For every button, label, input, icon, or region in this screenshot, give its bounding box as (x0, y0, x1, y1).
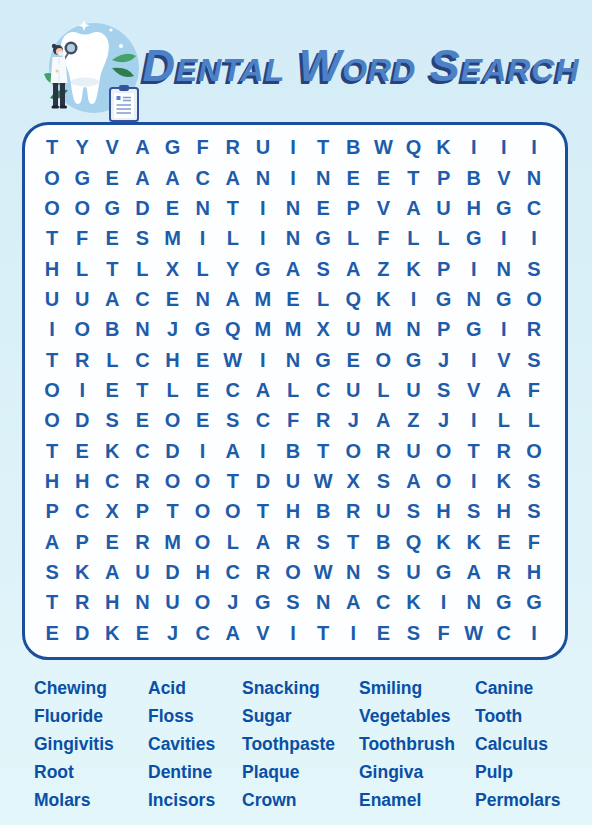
grid-cell: N (519, 162, 549, 192)
grid-cell: A (338, 587, 368, 617)
grid-cell: U (338, 314, 368, 344)
grid-cell: V (368, 193, 398, 223)
grid-cell: L (278, 375, 308, 405)
grid-cell: M (157, 527, 187, 557)
grid-cell: N (188, 193, 218, 223)
word-root: Root (34, 758, 114, 786)
grid-cell: E (97, 527, 127, 557)
word-toothpaste: Toothpaste (242, 730, 335, 758)
grid-cell: E (278, 284, 308, 314)
grid-cell: T (218, 466, 248, 496)
grid-cell: I (248, 344, 278, 374)
grid-cell: O (188, 527, 218, 557)
grid-cell: R (489, 557, 519, 587)
grid-cell: E (188, 344, 218, 374)
grid-cell: O (157, 466, 187, 496)
grid-cell: T (308, 132, 338, 162)
word-list-column: SmilingVegetablesToothbrushGingivaEnamel (359, 674, 455, 814)
grid-cell: S (368, 466, 398, 496)
grid-cell: C (188, 618, 218, 648)
grid-cell: G (459, 314, 489, 344)
grid-cell: T (127, 375, 157, 405)
grid-cell: A (218, 284, 248, 314)
grid-cell: O (429, 466, 459, 496)
grid-cell: A (459, 557, 489, 587)
grid-cell: E (157, 284, 187, 314)
grid-cell: R (127, 466, 157, 496)
clipboard-icon (110, 85, 138, 121)
grid-cell: H (97, 587, 127, 617)
grid-cell: A (127, 132, 157, 162)
grid-cell: I (489, 223, 519, 253)
grid-cell: P (338, 193, 368, 223)
grid-cell: G (157, 132, 187, 162)
grid-cell: I (459, 466, 489, 496)
grid-cell: U (338, 375, 368, 405)
grid-cell: W (459, 618, 489, 648)
grid-cell: O (37, 193, 67, 223)
grid-cell: S (308, 527, 338, 557)
grid-cell: F (67, 223, 97, 253)
grid-cell: C (127, 436, 157, 466)
grid-cell: G (429, 284, 459, 314)
grid-cell: J (429, 405, 459, 435)
grid-cell: L (519, 405, 549, 435)
grid-cell: U (429, 193, 459, 223)
word-sugar: Sugar (242, 702, 335, 730)
grid-cell: D (67, 618, 97, 648)
word-list-column: CanineToothCalculusPulpPermolars (475, 674, 561, 814)
grid-cell: N (127, 587, 157, 617)
grid-cell: N (278, 193, 308, 223)
grid-cell: N (489, 253, 519, 283)
grid-cell: O (519, 436, 549, 466)
grid-cell: W (308, 466, 338, 496)
grid-cell: T (459, 436, 489, 466)
grid-cell: S (97, 405, 127, 435)
grid-cell: A (218, 618, 248, 648)
grid-cell: E (37, 618, 67, 648)
grid-cell: E (67, 436, 97, 466)
grid-cell: P (429, 253, 459, 283)
grid-cell: I (489, 314, 519, 344)
grid-cell: O (188, 496, 218, 526)
grid-cell: I (519, 132, 549, 162)
grid-cell: Z (368, 253, 398, 283)
grid-cell: C (67, 496, 97, 526)
grid-cell: K (429, 132, 459, 162)
grid-cell: I (248, 193, 278, 223)
grid-cell: D (157, 436, 187, 466)
grid-cell: F (188, 132, 218, 162)
grid-cell: O (37, 405, 67, 435)
word-acid: Acid (148, 674, 215, 702)
grid-cell: J (429, 344, 459, 374)
grid-cell: N (459, 587, 489, 617)
grid-cell: M (248, 314, 278, 344)
grid-cell: C (127, 344, 157, 374)
grid-cell: A (218, 162, 248, 192)
grid-cell: O (519, 284, 549, 314)
grid-cell: T (218, 193, 248, 223)
grid-cell: S (218, 405, 248, 435)
word-gingiva: Gingiva (359, 758, 455, 786)
grid-cell: E (368, 618, 398, 648)
grid-cell: S (278, 587, 308, 617)
grid-cell: O (67, 314, 97, 344)
grid-cell: A (278, 253, 308, 283)
grid-cell: S (519, 496, 549, 526)
grid-cell: L (67, 253, 97, 283)
grid-cell: K (398, 587, 428, 617)
letter-grid: TYVAGFRUITBWQKIIIOGEAACANINEETPBVNOOGDEN… (22, 122, 568, 660)
grid-cell: T (37, 587, 67, 617)
grid-cell: R (308, 405, 338, 435)
grid-cell: I (398, 284, 428, 314)
grid-cell: E (97, 223, 127, 253)
grid-cell: H (459, 193, 489, 223)
grid-cell: O (429, 436, 459, 466)
grid-cell: H (188, 557, 218, 587)
grid-cell: E (338, 344, 368, 374)
grid-cell: N (127, 314, 157, 344)
grid-cell: C (368, 587, 398, 617)
grid-cell: T (37, 132, 67, 162)
grid-cell: Q (398, 132, 428, 162)
grid-cell: I (278, 162, 308, 192)
word-calculus: Calculus (475, 730, 561, 758)
grid-cell: I (248, 223, 278, 253)
grid-cell: L (97, 344, 127, 374)
grid-cell: I (37, 314, 67, 344)
grid-cell: E (338, 162, 368, 192)
word-canine: Canine (475, 674, 561, 702)
grid-cell: E (127, 405, 157, 435)
grid-cell: I (188, 436, 218, 466)
grid-cell: E (188, 405, 218, 435)
grid-cell: C (218, 375, 248, 405)
grid-cell: T (37, 436, 67, 466)
grid-cell: I (489, 132, 519, 162)
grid-cell: S (519, 253, 549, 283)
grid-cell: K (398, 253, 428, 283)
grid-cell: O (37, 375, 67, 405)
grid-cell: I (429, 587, 459, 617)
grid-cell: O (188, 466, 218, 496)
grid-cell: X (308, 314, 338, 344)
grid-cell: C (97, 466, 127, 496)
grid-cell: S (398, 496, 428, 526)
grid-cell: I (278, 618, 308, 648)
grid-cell: K (368, 284, 398, 314)
grid-cell: I (278, 132, 308, 162)
grid-cell: A (398, 193, 428, 223)
word-snacking: Snacking (242, 674, 335, 702)
grid-cell: D (127, 193, 157, 223)
grid-cell: R (489, 436, 519, 466)
grid-cell: X (157, 253, 187, 283)
grid-cell: L (308, 284, 338, 314)
grid-cell: T (97, 253, 127, 283)
word-enamel: Enamel (359, 786, 455, 814)
grid-cell: G (308, 344, 338, 374)
grid-cell: N (308, 162, 338, 192)
grid-cell: M (368, 314, 398, 344)
word-pulp: Pulp (475, 758, 561, 786)
grid-cell: K (97, 618, 127, 648)
grid-cell: S (368, 557, 398, 587)
grid-cell: P (127, 496, 157, 526)
grid-cell: J (157, 314, 187, 344)
grid-cell: V (489, 344, 519, 374)
grid-cell: S (127, 223, 157, 253)
grid-cell: A (248, 375, 278, 405)
grid-cell: C (308, 375, 338, 405)
grid-cell: O (157, 405, 187, 435)
grid-cell: R (519, 314, 549, 344)
word-vegetables: Vegetables (359, 702, 455, 730)
grid-cell: I (519, 618, 549, 648)
grid-cell: B (308, 496, 338, 526)
grid-cell: L (218, 223, 248, 253)
grid-cell: M (248, 284, 278, 314)
grid-cell: T (157, 496, 187, 526)
grid-cell: E (97, 162, 127, 192)
grid-cell: G (489, 284, 519, 314)
grid-cell: S (37, 557, 67, 587)
grid-cell: H (37, 253, 67, 283)
grid-cell: F (278, 405, 308, 435)
grid-cell: N (278, 223, 308, 253)
grid-cell: T (338, 527, 368, 557)
grid-cell: L (338, 223, 368, 253)
grid-cell: C (188, 162, 218, 192)
grid-cell: A (37, 527, 67, 557)
word-toothbrush: Toothbrush (359, 730, 455, 758)
grid-cell: V (97, 132, 127, 162)
grid-cell: G (188, 314, 218, 344)
grid-cell: L (398, 223, 428, 253)
grid-cell: G (459, 223, 489, 253)
grid-cell: A (248, 527, 278, 557)
grid-cell: U (398, 375, 428, 405)
grid-cell: L (489, 405, 519, 435)
grid-cell: I (338, 618, 368, 648)
grid-cell: F (519, 375, 549, 405)
grid-cell: B (459, 162, 489, 192)
grid-cell: O (278, 557, 308, 587)
grid-cell: B (368, 527, 398, 557)
grid-cell: I (459, 405, 489, 435)
grid-cell: S (429, 375, 459, 405)
grid-cell: D (248, 466, 278, 496)
grid-cell: L (429, 223, 459, 253)
grid-cell: I (188, 223, 218, 253)
grid-cell: K (459, 527, 489, 557)
grid-cell: S (308, 253, 338, 283)
word-tooth: Tooth (475, 702, 561, 730)
grid-cell: K (429, 527, 459, 557)
grid-cell: L (157, 375, 187, 405)
word-list: ChewingFluorideGingivitisRootMolarsAcidF… (0, 674, 592, 820)
grid-cell: B (97, 314, 127, 344)
grid-cell: T (308, 436, 338, 466)
grid-cell: V (459, 375, 489, 405)
grid-cell: M (157, 223, 187, 253)
grid-cell: G (97, 193, 127, 223)
grid-cell: G (248, 587, 278, 617)
grid-cell: X (338, 466, 368, 496)
grid-cell: N (308, 587, 338, 617)
word-dentine: Dentine (148, 758, 215, 786)
grid-cell: F (368, 223, 398, 253)
grid-cell: U (398, 557, 428, 587)
grid-cell: G (489, 587, 519, 617)
grid-cell: H (157, 344, 187, 374)
grid-cell: I (67, 375, 97, 405)
grid-cell: W (368, 132, 398, 162)
dental-illustration (24, 8, 140, 122)
grid-cell: T (248, 496, 278, 526)
grid-cell: N (248, 162, 278, 192)
grid-cell: V (489, 162, 519, 192)
grid-cell: G (248, 253, 278, 283)
grid-cell: K (489, 466, 519, 496)
grid-cell: I (519, 223, 549, 253)
grid-cell: G (429, 557, 459, 587)
grid-cell: R (218, 132, 248, 162)
grid-cell: B (338, 132, 368, 162)
grid-cell: B (278, 436, 308, 466)
grid-cell: G (67, 162, 97, 192)
grid-cell: R (127, 527, 157, 557)
page-title: Dental Word Search (138, 32, 584, 100)
grid-cell: L (218, 527, 248, 557)
grid-cell: N (459, 284, 489, 314)
grid-cell: Y (67, 132, 97, 162)
grid-cell: R (278, 527, 308, 557)
grid-cell: I (459, 132, 489, 162)
grid-cell: P (67, 527, 97, 557)
grid-cell: H (278, 496, 308, 526)
grid-cell: S (519, 466, 549, 496)
grid-cell: Q (398, 527, 428, 557)
word-crown: Crown (242, 786, 335, 814)
grid-cell: S (398, 618, 428, 648)
grid-cell: T (37, 344, 67, 374)
grid-cell: F (429, 618, 459, 648)
grid-cell: A (368, 405, 398, 435)
word-chewing: Chewing (34, 674, 114, 702)
grid-cell: N (398, 314, 428, 344)
grid-cell: K (67, 557, 97, 587)
grid-cell: E (308, 193, 338, 223)
grid-cell: O (218, 496, 248, 526)
grid-cell: R (248, 557, 278, 587)
grid-cell: A (218, 436, 248, 466)
grid-cell: Q (338, 284, 368, 314)
grid-cell: C (127, 284, 157, 314)
word-gingivitis: Gingivitis (34, 730, 114, 758)
grid-cell: N (338, 557, 368, 587)
grid-cell: T (37, 223, 67, 253)
grid-cell: U (248, 132, 278, 162)
grid-cell: U (67, 284, 97, 314)
word-permolars: Permolars (475, 786, 561, 814)
grid-cell: A (338, 253, 368, 283)
grid-cell: R (67, 587, 97, 617)
grid-cell: M (278, 314, 308, 344)
grid-cell: T (308, 618, 338, 648)
grid-cell: L (127, 253, 157, 283)
grid-cell: P (429, 162, 459, 192)
grid-cell: P (37, 496, 67, 526)
grid-cell: O (67, 193, 97, 223)
grid-cell: G (519, 587, 549, 617)
grid-cell: U (398, 436, 428, 466)
grid-cell: E (97, 375, 127, 405)
grid-cell: E (489, 527, 519, 557)
grid-cell: U (37, 284, 67, 314)
grid-cell: F (519, 527, 549, 557)
word-incisors: Incisors (148, 786, 215, 814)
grid-cell: S (459, 496, 489, 526)
grid-cell: H (429, 496, 459, 526)
grid-cell: C (218, 557, 248, 587)
grid-cell: Z (398, 405, 428, 435)
grid-cell: E (188, 375, 218, 405)
grid-cell: W (218, 344, 248, 374)
grid-cell: H (519, 557, 549, 587)
grid-cell: V (248, 618, 278, 648)
grid-cell: O (338, 436, 368, 466)
grid-cell: I (248, 436, 278, 466)
grid-cell: X (97, 496, 127, 526)
grid-cell: U (157, 587, 187, 617)
grid-cell: G (398, 344, 428, 374)
grid-cell: O (37, 162, 67, 192)
grid-cell: U (127, 557, 157, 587)
grid-cell: U (278, 466, 308, 496)
grid-cell: K (97, 436, 127, 466)
grid-cell: N (278, 344, 308, 374)
word-fluoride: Fluoride (34, 702, 114, 730)
grid-cell: A (97, 284, 127, 314)
grid-cell: L (368, 375, 398, 405)
word-cavities: Cavities (148, 730, 215, 758)
grid-cell: H (489, 496, 519, 526)
grid-cell: J (157, 618, 187, 648)
grid-cell: J (218, 587, 248, 617)
grid-cell: L (188, 253, 218, 283)
grid-cell: C (489, 618, 519, 648)
grid-cell: H (67, 466, 97, 496)
grid-cell: E (368, 162, 398, 192)
grid-cell: P (429, 314, 459, 344)
grid-cell: A (97, 557, 127, 587)
grid-cell: R (67, 344, 97, 374)
grid-cell: S (519, 344, 549, 374)
grid-cell: G (308, 223, 338, 253)
grid-cell: I (459, 344, 489, 374)
grid-cell: E (127, 618, 157, 648)
grid-cell: Q (218, 314, 248, 344)
word-list-column: ChewingFluorideGingivitisRootMolars (34, 674, 114, 814)
grid-cell: W (308, 557, 338, 587)
grid-cell: D (157, 557, 187, 587)
grid-cell: R (338, 496, 368, 526)
grid-cell: R (368, 436, 398, 466)
